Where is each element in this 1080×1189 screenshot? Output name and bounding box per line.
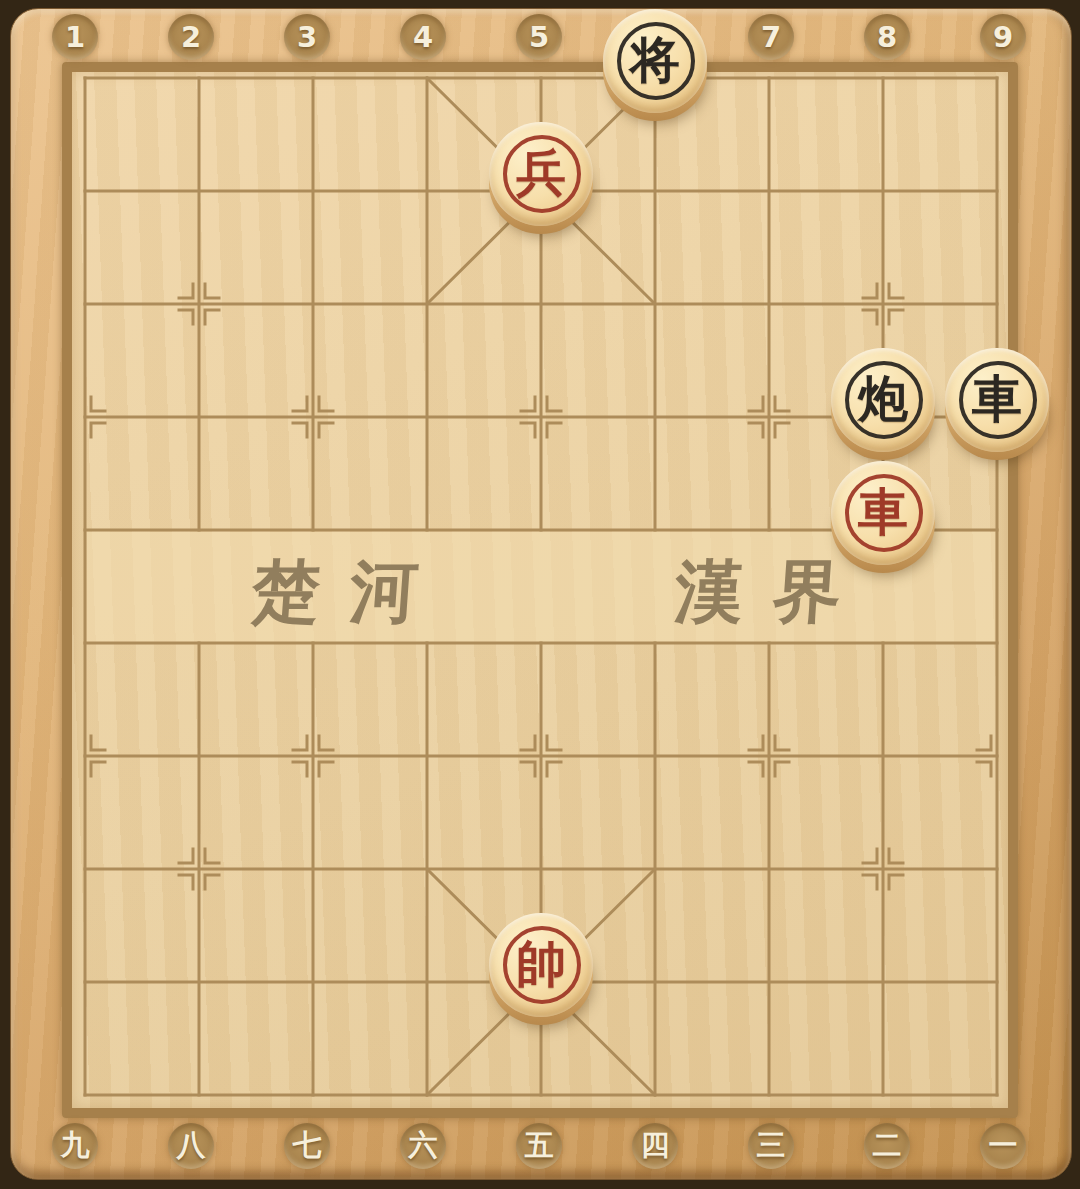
- red-general-piece[interactable]: 帥: [488, 913, 594, 1027]
- xiangqi-app: 楚河 漢界 123456789 九八七六五四三二一 将兵炮車車帥: [0, 0, 1080, 1189]
- red-soldier-piece[interactable]: 兵: [488, 122, 594, 236]
- red-chariot-piece[interactable]: 車: [830, 461, 936, 575]
- black-cannon-piece[interactable]: 炮: [830, 348, 936, 462]
- piece-character: 将: [630, 35, 680, 85]
- piece-face: 将: [603, 9, 707, 113]
- piece-face: 車: [831, 461, 935, 565]
- piece-face: 炮: [831, 348, 935, 452]
- pieces-layer[interactable]: 将兵炮車車帥: [28, 21, 1054, 1151]
- piece-character: 車: [972, 374, 1022, 424]
- black-general-piece[interactable]: 将: [602, 9, 708, 123]
- piece-face: 帥: [489, 913, 593, 1017]
- piece-face: 車: [945, 348, 1049, 452]
- piece-face: 兵: [489, 122, 593, 226]
- piece-character: 帥: [516, 939, 566, 989]
- piece-character: 車: [858, 487, 908, 537]
- piece-character: 炮: [858, 374, 908, 424]
- piece-character: 兵: [516, 148, 566, 198]
- black-chariot-piece[interactable]: 車: [944, 348, 1050, 462]
